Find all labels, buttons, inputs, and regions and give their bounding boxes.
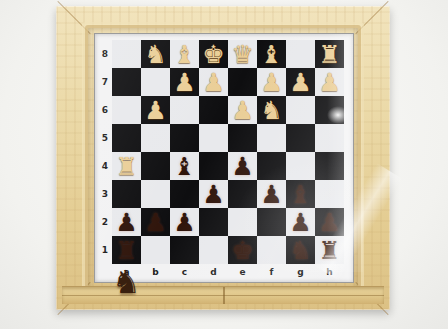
square-e1[interactable]: ♚ (228, 236, 257, 264)
piece-white-queen[interactable]: ♛ (231, 42, 253, 67)
rank-label-6: 6 (98, 96, 112, 124)
square-c5[interactable] (170, 124, 199, 152)
square-f7[interactable]: ♟ (257, 68, 286, 96)
file-label-d: d (199, 264, 228, 280)
square-g2[interactable]: ♟ (286, 208, 315, 236)
square-g4[interactable] (286, 152, 315, 180)
photo-canvas: 8♞♝♚♛♝♜7♟♟♟♟♟6♟♟♞54♜♝♟3♟♟♝2♟♟♟♟♟1♜♚♞♜abc… (0, 0, 448, 329)
board-grid: 8♞♝♚♛♝♜7♟♟♟♟♟6♟♟♞54♜♝♟3♟♟♝2♟♟♟♟♟1♜♚♞♜abc… (98, 40, 344, 280)
piece-black-bishop[interactable]: ♝ (173, 154, 195, 179)
piece-black-pawn[interactable]: ♟ (144, 210, 166, 235)
square-f4[interactable] (257, 152, 286, 180)
piece-black-rook[interactable]: ♜ (115, 238, 137, 263)
piece-white-bishop[interactable]: ♝ (260, 42, 282, 67)
square-c2[interactable]: ♟ (170, 208, 199, 236)
square-a4[interactable]: ♜ (112, 152, 141, 180)
square-d6[interactable] (199, 96, 228, 124)
square-d2[interactable] (199, 208, 228, 236)
square-c4[interactable]: ♝ (170, 152, 199, 180)
frame-mitre-joint (57, 1, 90, 34)
piece-white-knight[interactable]: ♞ (260, 98, 282, 123)
square-a8[interactable] (112, 40, 141, 68)
square-f3[interactable]: ♟ (257, 180, 286, 208)
piece-tray-ledge (62, 286, 384, 304)
square-f8[interactable]: ♝ (257, 40, 286, 68)
square-a2[interactable]: ♟ (112, 208, 141, 236)
piece-white-pawn[interactable]: ♟ (318, 70, 340, 95)
square-c8[interactable]: ♝ (170, 40, 199, 68)
square-c3[interactable] (170, 180, 199, 208)
square-b8[interactable]: ♞ (141, 40, 170, 68)
square-g1[interactable]: ♞ (286, 236, 315, 264)
piece-black-knight[interactable]: ♞ (289, 238, 311, 263)
piece-white-king[interactable]: ♚ (202, 42, 224, 67)
tray-piece-black-knight[interactable]: ♞ (112, 266, 141, 298)
square-b7[interactable] (141, 68, 170, 96)
piece-black-king[interactable]: ♚ (231, 238, 253, 263)
square-g3[interactable]: ♝ (286, 180, 315, 208)
piece-white-pawn[interactable]: ♟ (144, 98, 166, 123)
piece-black-pawn[interactable]: ♟ (231, 154, 253, 179)
piece-black-pawn[interactable]: ♟ (289, 210, 311, 235)
square-h7[interactable]: ♟ (315, 68, 344, 96)
square-c1[interactable] (170, 236, 199, 264)
file-label-g: g (286, 264, 315, 280)
piece-black-bishop[interactable]: ♝ (289, 182, 311, 207)
ledge-center-notch (223, 287, 225, 304)
square-e8[interactable]: ♛ (228, 40, 257, 68)
rank-label-1: 1 (98, 236, 112, 264)
magnetic-board-sheet: 8♞♝♚♛♝♜7♟♟♟♟♟6♟♟♞54♜♝♟3♟♟♝2♟♟♟♟♟1♜♚♞♜abc… (94, 33, 354, 283)
piece-black-pawn[interactable]: ♟ (318, 210, 340, 235)
piece-white-pawn[interactable]: ♟ (202, 70, 224, 95)
square-b1[interactable] (141, 236, 170, 264)
piece-white-pawn[interactable]: ♟ (289, 70, 311, 95)
square-f2[interactable] (257, 208, 286, 236)
square-h8[interactable]: ♜ (315, 40, 344, 68)
square-h1[interactable]: ♜ (315, 236, 344, 264)
rank-label-3: 3 (98, 180, 112, 208)
square-e3[interactable] (228, 180, 257, 208)
square-b3[interactable] (141, 180, 170, 208)
square-b5[interactable] (141, 124, 170, 152)
rank-label-2: 2 (98, 208, 112, 236)
square-b4[interactable] (141, 152, 170, 180)
square-c7[interactable]: ♟ (170, 68, 199, 96)
piece-white-pawn[interactable]: ♟ (260, 70, 282, 95)
file-label-c: c (170, 264, 199, 280)
square-g7[interactable]: ♟ (286, 68, 315, 96)
file-label-h: h (315, 264, 344, 280)
file-label-e: e (228, 264, 257, 280)
square-f6[interactable]: ♞ (257, 96, 286, 124)
square-e2[interactable] (228, 208, 257, 236)
square-d7[interactable]: ♟ (199, 68, 228, 96)
square-d5[interactable] (199, 124, 228, 152)
frame-mitre-joint (355, 1, 388, 34)
square-e7[interactable] (228, 68, 257, 96)
square-g8[interactable] (286, 40, 315, 68)
square-a7[interactable] (112, 68, 141, 96)
square-e4[interactable]: ♟ (228, 152, 257, 180)
square-h2[interactable]: ♟ (315, 208, 344, 236)
square-f1[interactable] (257, 236, 286, 264)
square-e5[interactable] (228, 124, 257, 152)
piece-black-pawn[interactable]: ♟ (260, 182, 282, 207)
square-f5[interactable] (257, 124, 286, 152)
square-h6[interactable] (315, 96, 344, 124)
label-corner (98, 264, 112, 280)
piece-white-rook[interactable]: ♜ (115, 154, 137, 179)
piece-white-rook[interactable]: ♜ (318, 42, 340, 67)
square-g5[interactable] (286, 124, 315, 152)
square-a1[interactable]: ♜ (112, 236, 141, 264)
square-h4[interactable] (315, 152, 344, 180)
square-d4[interactable] (199, 152, 228, 180)
square-h3[interactable] (315, 180, 344, 208)
file-label-f: f (257, 264, 286, 280)
square-e6[interactable]: ♟ (228, 96, 257, 124)
square-a6[interactable] (112, 96, 141, 124)
piece-black-pawn[interactable]: ♟ (202, 182, 224, 207)
square-a3[interactable] (112, 180, 141, 208)
square-c6[interactable] (170, 96, 199, 124)
rank-label-8: 8 (98, 40, 112, 68)
rank-label-4: 4 (98, 152, 112, 180)
square-b2[interactable]: ♟ (141, 208, 170, 236)
piece-white-knight[interactable]: ♞ (144, 42, 166, 67)
piece-black-pawn[interactable]: ♟ (173, 210, 195, 235)
square-d3[interactable]: ♟ (199, 180, 228, 208)
rank-label-7: 7 (98, 68, 112, 96)
piece-black-pawn[interactable]: ♟ (115, 210, 137, 235)
rank-label-5: 5 (98, 124, 112, 152)
square-d1[interactable] (199, 236, 228, 264)
piece-white-bishop[interactable]: ♝ (173, 42, 195, 67)
file-label-b: b (141, 264, 170, 280)
square-a5[interactable] (112, 124, 141, 152)
square-d8[interactable]: ♚ (199, 40, 228, 68)
square-g6[interactable] (286, 96, 315, 124)
piece-white-pawn[interactable]: ♟ (173, 70, 195, 95)
square-h5[interactable] (315, 124, 344, 152)
piece-white-pawn[interactable]: ♟ (231, 98, 253, 123)
piece-black-rook[interactable]: ♜ (318, 238, 340, 263)
square-b6[interactable]: ♟ (141, 96, 170, 124)
